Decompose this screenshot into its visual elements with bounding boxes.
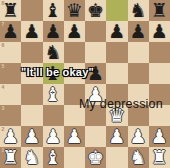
square-a8[interactable]: 8♜ [0,0,21,21]
square-a1[interactable]: 1♜ [0,147,21,168]
black-pawn[interactable]: ♟ [108,21,125,42]
black-knight[interactable]: ♞ [45,42,62,63]
square-a4[interactable]: 4 [0,84,21,105]
square-h2[interactable]: ♟ [149,126,170,147]
square-e4[interactable]: ♟ [85,84,106,105]
square-d6[interactable] [64,42,85,63]
square-f4[interactable] [106,84,127,105]
square-b5[interactable] [21,63,42,84]
square-c4[interactable]: ♝ [43,84,64,105]
black-queen[interactable]: ♛ [66,0,83,21]
square-a7[interactable]: 7♟ [0,21,21,42]
square-c6[interactable]: ♞ [43,42,64,63]
square-g7[interactable]: ♟ [128,21,149,42]
square-b3[interactable] [21,105,42,126]
square-b8[interactable] [21,0,42,21]
square-g4[interactable] [128,84,149,105]
white-pawn[interactable]: ♟ [45,126,62,147]
rank-label-1: 1 [2,148,5,153]
square-h4[interactable] [149,84,170,105]
square-g8[interactable]: ♞ [128,0,149,21]
white-bishop[interactable]: ♝ [45,147,62,168]
white-pawn[interactable]: ♟ [66,126,83,147]
black-pawn[interactable]: ♟ [151,21,168,42]
square-h1[interactable]: ♜ [149,147,170,168]
black-pawn[interactable]: ♟ [130,21,147,42]
square-b7[interactable]: ♟ [21,21,42,42]
black-rook[interactable]: ♜ [2,0,19,21]
square-h3[interactable] [149,105,170,126]
black-pawn[interactable]: ♟ [66,21,83,42]
square-g3[interactable] [128,105,149,126]
square-g5[interactable] [128,63,149,84]
square-d4[interactable] [64,84,85,105]
square-e7[interactable] [85,21,106,42]
black-pawn[interactable]: ♟ [23,21,40,42]
square-d5[interactable] [64,63,85,84]
white-knight[interactable]: ♞ [130,147,147,168]
black-king[interactable]: ♚ [87,0,104,21]
white-pawn[interactable]: ♟ [23,126,40,147]
white-pawn[interactable]: ♟ [151,126,168,147]
chess-board: 8♜♝♛♚♞♜7♟♟♟♟♟♟♟6♞5♝♟4♝♟3♛2♟♟♟♟♟♟♟1♜♞♝♚♞♜ [0,0,170,168]
square-e2[interactable] [85,126,106,147]
square-c1[interactable]: ♝ [43,147,64,168]
rank-label-2: 2 [2,127,5,132]
square-f7[interactable]: ♟ [106,21,127,42]
white-queen[interactable]: ♛ [108,105,125,126]
square-a5[interactable]: 5 [0,63,21,84]
square-e6[interactable] [85,42,106,63]
black-bishop[interactable]: ♝ [45,0,62,21]
white-knight[interactable]: ♞ [23,147,40,168]
white-pawn[interactable]: ♟ [108,126,125,147]
square-b1[interactable]: ♞ [21,147,42,168]
square-g1[interactable]: ♞ [128,147,149,168]
square-f1[interactable] [106,147,127,168]
square-h7[interactable]: ♟ [149,21,170,42]
square-d2[interactable]: ♟ [64,126,85,147]
square-f5[interactable] [106,63,127,84]
square-d8[interactable]: ♛ [64,0,85,21]
white-pawn[interactable]: ♟ [2,126,19,147]
square-c8[interactable]: ♝ [43,0,64,21]
square-b2[interactable]: ♟ [21,126,42,147]
square-c5[interactable]: ♝ [43,63,64,84]
black-pawn[interactable]: ♟ [87,63,104,84]
black-pawn[interactable]: ♟ [2,21,19,42]
square-f6[interactable] [106,42,127,63]
black-pawn[interactable]: ♟ [45,21,62,42]
square-e1[interactable]: ♚ [85,147,106,168]
square-d7[interactable]: ♟ [64,21,85,42]
square-a3[interactable]: 3 [0,105,21,126]
black-bishop[interactable]: ♝ [45,63,62,84]
white-rook[interactable]: ♜ [151,147,168,168]
white-bishop[interactable]: ♝ [45,84,62,105]
square-h6[interactable] [149,42,170,63]
square-a6[interactable]: 6 [0,42,21,63]
white-rook[interactable]: ♜ [2,147,19,168]
black-knight[interactable]: ♞ [130,0,147,21]
white-king[interactable]: ♚ [87,147,104,168]
square-g6[interactable] [128,42,149,63]
rank-label-7: 7 [2,22,5,27]
white-pawn[interactable]: ♟ [87,84,104,105]
square-h8[interactable]: ♜ [149,0,170,21]
rank-label-5: 5 [2,64,5,69]
rank-label-3: 3 [2,106,5,111]
square-b6[interactable] [21,42,42,63]
white-pawn[interactable]: ♟ [130,126,147,147]
square-d1[interactable] [64,147,85,168]
square-c3[interactable] [43,105,64,126]
square-c7[interactable]: ♟ [43,21,64,42]
square-e5[interactable]: ♟ [85,63,106,84]
square-e3[interactable] [85,105,106,126]
rank-label-4: 4 [2,85,5,90]
square-f8[interactable] [106,0,127,21]
square-a2[interactable]: 2♟ [0,126,21,147]
square-c2[interactable]: ♟ [43,126,64,147]
square-d3[interactable] [64,105,85,126]
square-b4[interactable] [21,84,42,105]
rank-label-8: 8 [2,1,5,6]
square-e8[interactable]: ♚ [85,0,106,21]
square-g2[interactable]: ♟ [128,126,149,147]
black-rook[interactable]: ♜ [151,0,168,21]
square-f2[interactable]: ♟ [106,126,127,147]
rank-label-6: 6 [2,43,5,48]
square-h5[interactable] [149,63,170,84]
square-f3[interactable]: ♛ [106,105,127,126]
